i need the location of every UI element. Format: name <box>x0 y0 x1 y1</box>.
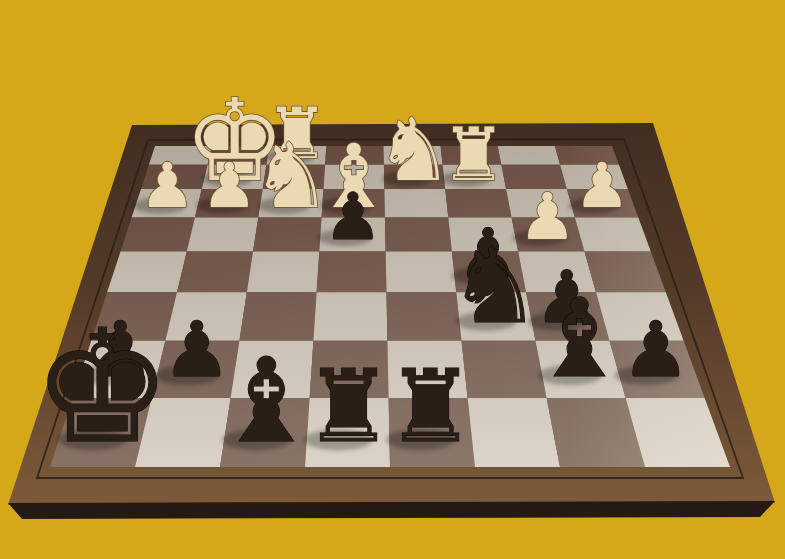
piece-black-knight-c6[interactable]: ♞ <box>448 225 542 347</box>
piece-black-bishop-b7[interactable]: ♝ <box>531 275 628 402</box>
chess-scene: ♜♚♜♞♞♝♟♟♟♟♟♟♞♟♝♟♟♟♚♝♜♜ <box>0 0 785 559</box>
piece-white-pawn-g3[interactable]: ♟ <box>202 149 258 222</box>
piece-black-pawn-a7[interactable]: ♟ <box>622 305 691 394</box>
piece-black-rook-e8[interactable]: ♜ <box>303 348 393 465</box>
piece-white-pawn-h3[interactable]: ♟ <box>139 149 195 222</box>
piece-black-pawn-e4[interactable]: ♟ <box>324 179 382 254</box>
piece-black-king-h8[interactable]: ♚ <box>32 296 172 478</box>
piece-black-rook-d8[interactable]: ♜ <box>385 348 475 465</box>
chess-board: ♜♚♜♞♞♝♟♟♟♟♟♟♞♟♝♟♟♟♚♝♜♜ <box>0 0 785 559</box>
frame-front-edge <box>8 501 775 519</box>
piece-white-pawn-a3[interactable]: ♟ <box>574 149 630 222</box>
